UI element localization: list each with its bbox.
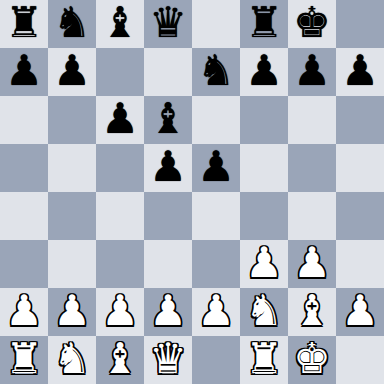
square-e3[interactable] xyxy=(192,240,240,288)
black-pawn-h7[interactable]: ♟ xyxy=(341,47,379,95)
square-b7[interactable]: ♟ xyxy=(48,48,96,96)
white-rook-a1[interactable]: ♜ xyxy=(5,335,43,383)
black-rook-f8[interactable]: ♜ xyxy=(245,0,283,47)
black-pawn-g7[interactable]: ♟ xyxy=(293,47,331,95)
square-b2[interactable]: ♟ xyxy=(48,288,96,336)
square-c5[interactable] xyxy=(96,144,144,192)
white-pawn-g3[interactable]: ♟ xyxy=(293,239,331,287)
square-b6[interactable] xyxy=(48,96,96,144)
black-knight-b8[interactable]: ♞ xyxy=(53,0,91,47)
square-e8[interactable] xyxy=(192,0,240,48)
square-a7[interactable]: ♟ xyxy=(0,48,48,96)
square-c7[interactable] xyxy=(96,48,144,96)
square-a4[interactable] xyxy=(0,192,48,240)
square-a1[interactable]: ♜ xyxy=(0,336,48,384)
square-h5[interactable] xyxy=(336,144,384,192)
square-a3[interactable] xyxy=(0,240,48,288)
square-f1[interactable]: ♜ xyxy=(240,336,288,384)
white-pawn-e2[interactable]: ♟ xyxy=(197,287,235,335)
black-rook-a8[interactable]: ♜ xyxy=(5,0,43,47)
square-d3[interactable] xyxy=(144,240,192,288)
square-b3[interactable] xyxy=(48,240,96,288)
square-g3[interactable]: ♟ xyxy=(288,240,336,288)
square-e5[interactable]: ♟ xyxy=(192,144,240,192)
white-knight-f2[interactable]: ♞ xyxy=(245,287,283,335)
white-rook-f1[interactable]: ♜ xyxy=(245,335,283,383)
black-king-g8[interactable]: ♚ xyxy=(293,0,331,47)
square-e4[interactable] xyxy=(192,192,240,240)
square-c1[interactable]: ♝ xyxy=(96,336,144,384)
chess-board: ♜♞♝♛♜♚♟♟♞♟♟♟♟♝♟♟♟♟♟♟♟♟♟♞♝♟♜♞♝♛♜♚ xyxy=(0,0,384,384)
white-pawn-b2[interactable]: ♟ xyxy=(53,287,91,335)
square-g2[interactable]: ♝ xyxy=(288,288,336,336)
square-f8[interactable]: ♜ xyxy=(240,0,288,48)
white-pawn-f3[interactable]: ♟ xyxy=(245,239,283,287)
square-c3[interactable] xyxy=(96,240,144,288)
square-b4[interactable] xyxy=(48,192,96,240)
square-g1[interactable]: ♚ xyxy=(288,336,336,384)
black-pawn-e5[interactable]: ♟ xyxy=(197,143,235,191)
white-bishop-g2[interactable]: ♝ xyxy=(293,287,331,335)
square-e1[interactable] xyxy=(192,336,240,384)
square-h7[interactable]: ♟ xyxy=(336,48,384,96)
square-a6[interactable] xyxy=(0,96,48,144)
white-pawn-d2[interactable]: ♟ xyxy=(149,287,187,335)
white-bishop-c1[interactable]: ♝ xyxy=(101,335,139,383)
square-d8[interactable]: ♛ xyxy=(144,0,192,48)
square-e7[interactable]: ♞ xyxy=(192,48,240,96)
black-pawn-b7[interactable]: ♟ xyxy=(53,47,91,95)
white-knight-b1[interactable]: ♞ xyxy=(53,335,91,383)
square-f5[interactable] xyxy=(240,144,288,192)
square-h3[interactable] xyxy=(336,240,384,288)
square-a5[interactable] xyxy=(0,144,48,192)
square-f3[interactable]: ♟ xyxy=(240,240,288,288)
square-e2[interactable]: ♟ xyxy=(192,288,240,336)
white-king-g1[interactable]: ♚ xyxy=(293,335,331,383)
square-b1[interactable]: ♞ xyxy=(48,336,96,384)
square-f4[interactable] xyxy=(240,192,288,240)
square-g7[interactable]: ♟ xyxy=(288,48,336,96)
square-c4[interactable] xyxy=(96,192,144,240)
square-g6[interactable] xyxy=(288,96,336,144)
square-f6[interactable] xyxy=(240,96,288,144)
square-c8[interactable]: ♝ xyxy=(96,0,144,48)
square-h2[interactable]: ♟ xyxy=(336,288,384,336)
square-f2[interactable]: ♞ xyxy=(240,288,288,336)
square-f7[interactable]: ♟ xyxy=(240,48,288,96)
square-d5[interactable]: ♟ xyxy=(144,144,192,192)
square-b5[interactable] xyxy=(48,144,96,192)
square-g4[interactable] xyxy=(288,192,336,240)
square-d6[interactable]: ♝ xyxy=(144,96,192,144)
black-pawn-a7[interactable]: ♟ xyxy=(5,47,43,95)
white-pawn-c2[interactable]: ♟ xyxy=(101,287,139,335)
square-g5[interactable] xyxy=(288,144,336,192)
black-pawn-d5[interactable]: ♟ xyxy=(149,143,187,191)
square-a8[interactable]: ♜ xyxy=(0,0,48,48)
black-pawn-f7[interactable]: ♟ xyxy=(245,47,283,95)
square-h1[interactable] xyxy=(336,336,384,384)
black-queen-d8[interactable]: ♛ xyxy=(149,0,187,47)
square-g8[interactable]: ♚ xyxy=(288,0,336,48)
black-knight-e7[interactable]: ♞ xyxy=(197,47,235,95)
white-queen-d1[interactable]: ♛ xyxy=(149,335,187,383)
square-d4[interactable] xyxy=(144,192,192,240)
square-c6[interactable]: ♟ xyxy=(96,96,144,144)
square-h6[interactable] xyxy=(336,96,384,144)
square-a2[interactable]: ♟ xyxy=(0,288,48,336)
black-pawn-c6[interactable]: ♟ xyxy=(101,95,139,143)
square-b8[interactable]: ♞ xyxy=(48,0,96,48)
black-bishop-d6[interactable]: ♝ xyxy=(149,95,187,143)
square-h8[interactable] xyxy=(336,0,384,48)
square-d7[interactable] xyxy=(144,48,192,96)
white-pawn-h2[interactable]: ♟ xyxy=(341,287,379,335)
square-h4[interactable] xyxy=(336,192,384,240)
square-d1[interactable]: ♛ xyxy=(144,336,192,384)
square-c2[interactable]: ♟ xyxy=(96,288,144,336)
square-d2[interactable]: ♟ xyxy=(144,288,192,336)
white-pawn-a2[interactable]: ♟ xyxy=(5,287,43,335)
square-e6[interactable] xyxy=(192,96,240,144)
black-bishop-c8[interactable]: ♝ xyxy=(101,0,139,47)
